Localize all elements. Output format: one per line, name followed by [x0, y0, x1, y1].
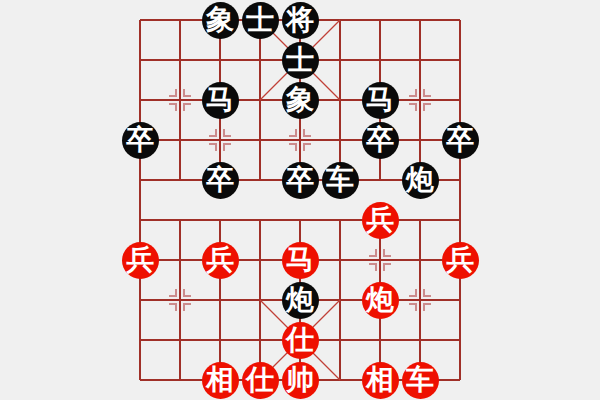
- piece-black-soldier[interactable]: 卒: [442, 122, 479, 159]
- piece-black-elephant[interactable]: 象: [282, 82, 319, 119]
- piece-black-elephant[interactable]: 象: [202, 2, 239, 39]
- piece-black-horse[interactable]: 马: [362, 82, 399, 119]
- piece-red-horse[interactable]: 马: [282, 242, 319, 279]
- piece-red-cannon[interactable]: 炮: [362, 282, 399, 319]
- piece-red-general[interactable]: 帅: [282, 362, 319, 399]
- piece-black-soldier[interactable]: 卒: [122, 122, 159, 159]
- piece-black-cannon[interactable]: 炮: [282, 282, 319, 319]
- piece-black-chariot[interactable]: 车: [322, 162, 359, 199]
- piece-black-soldier[interactable]: 卒: [282, 162, 319, 199]
- piece-black-soldier[interactable]: 卒: [202, 162, 239, 199]
- xiangqi-app: 象士将士马象马卒卒卒卒卒车炮炮兵兵兵马兵炮仕相仕帅相车: [0, 0, 600, 400]
- piece-red-soldier[interactable]: 兵: [122, 242, 159, 279]
- piece-black-general[interactable]: 将: [282, 2, 319, 39]
- piece-red-soldier[interactable]: 兵: [202, 242, 239, 279]
- piece-black-horse[interactable]: 马: [202, 82, 239, 119]
- piece-red-advisor[interactable]: 仕: [282, 322, 319, 359]
- xiangqi-board[interactable]: 象士将士马象马卒卒卒卒卒车炮炮兵兵兵马兵炮仕相仕帅相车: [120, 0, 480, 400]
- piece-red-elephant[interactable]: 相: [362, 362, 399, 399]
- piece-black-soldier[interactable]: 卒: [362, 122, 399, 159]
- piece-red-soldier[interactable]: 兵: [442, 242, 479, 279]
- piece-black-cannon[interactable]: 炮: [402, 162, 439, 199]
- piece-red-advisor[interactable]: 仕: [242, 362, 279, 399]
- piece-black-advisor[interactable]: 士: [242, 2, 279, 39]
- piece-red-chariot[interactable]: 车: [402, 362, 439, 399]
- piece-red-soldier[interactable]: 兵: [362, 202, 399, 239]
- piece-red-elephant[interactable]: 相: [202, 362, 239, 399]
- piece-black-advisor[interactable]: 士: [282, 42, 319, 79]
